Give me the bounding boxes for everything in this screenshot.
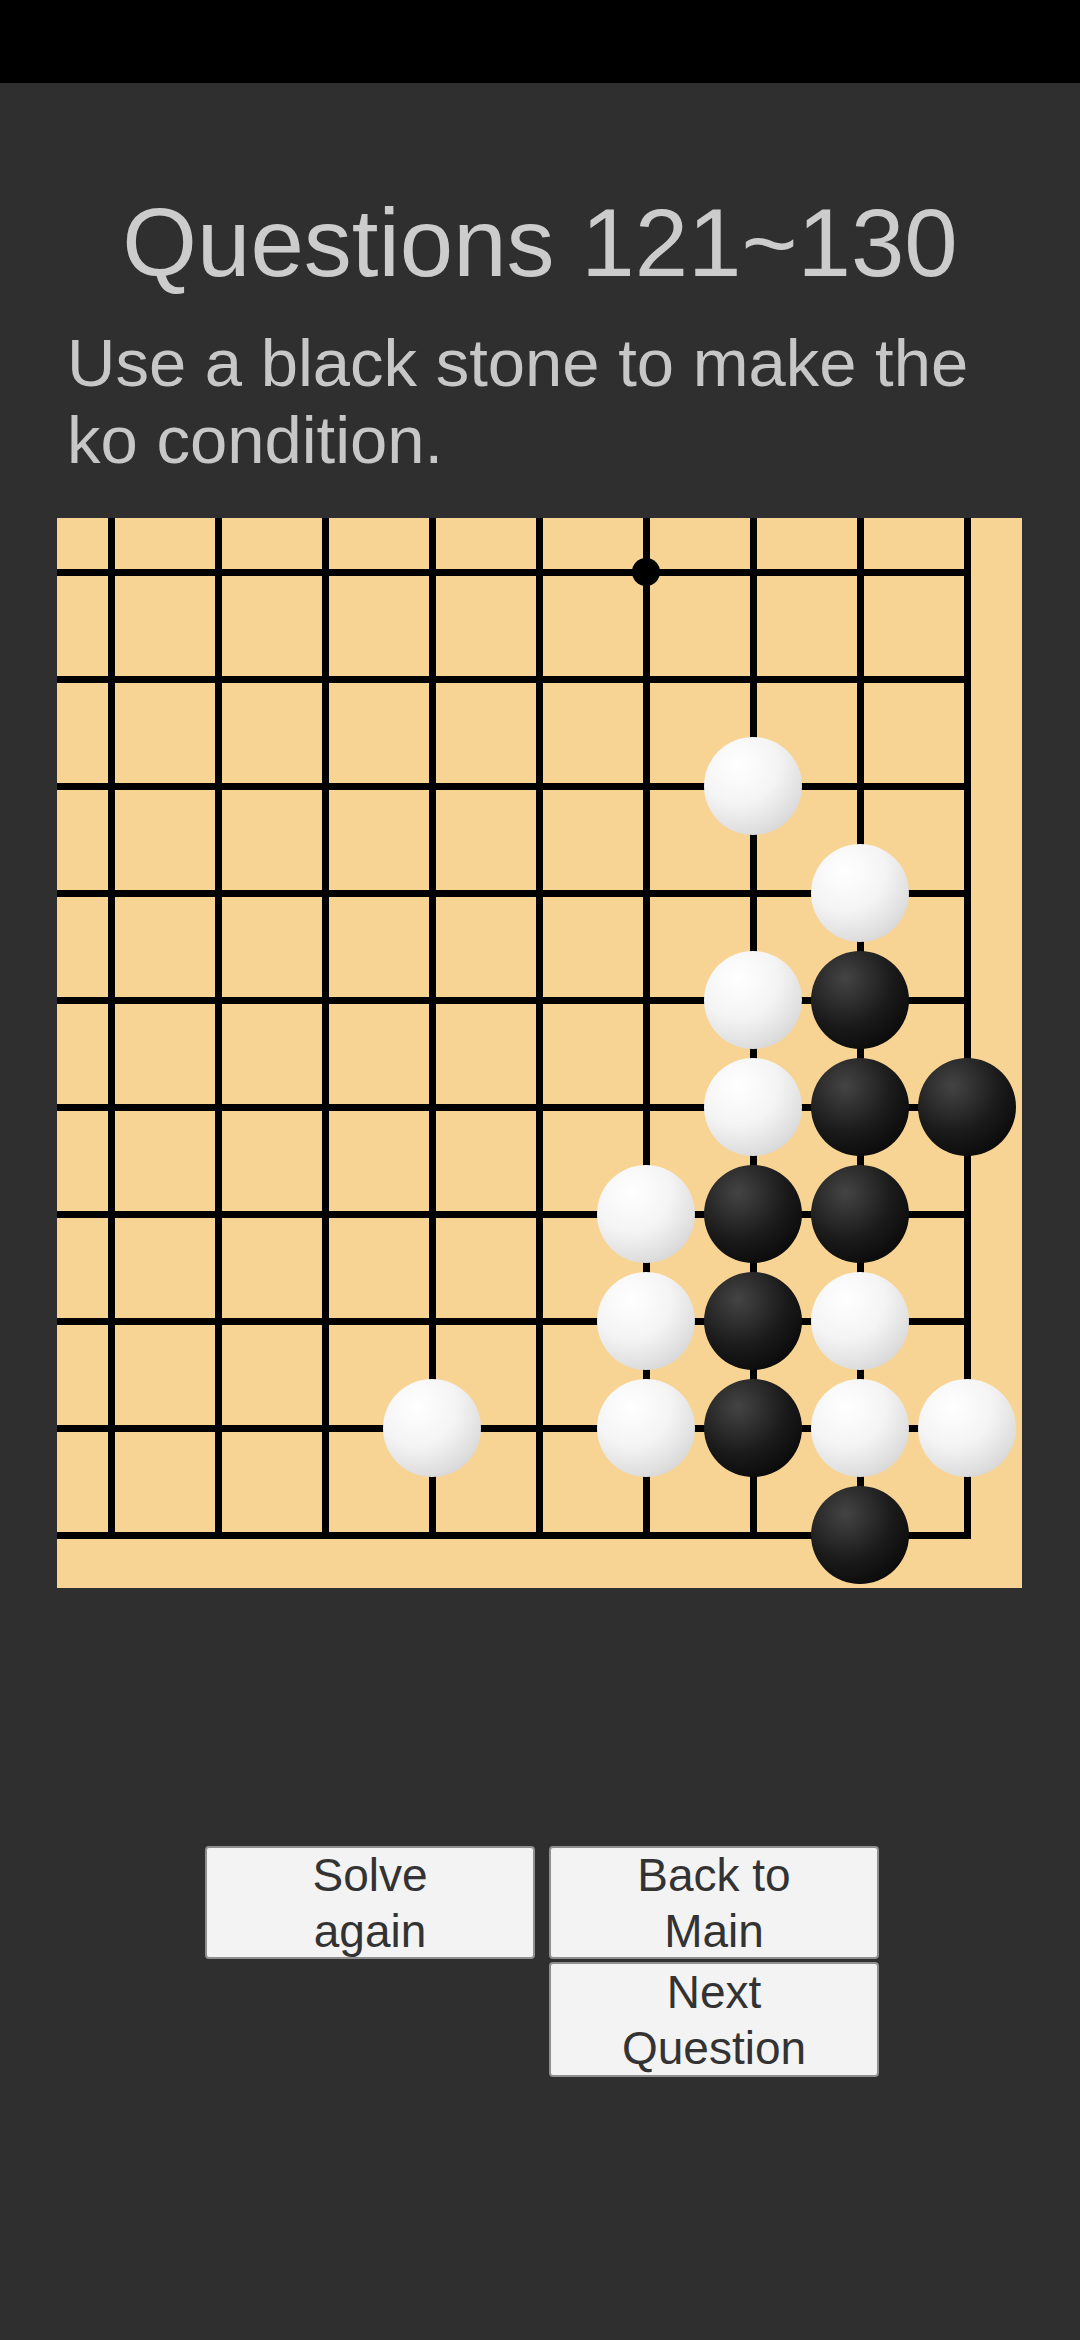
stone-black-S5 [811, 1058, 909, 1156]
back-to-main-label-line-1: Back to [637, 1847, 790, 1903]
stone-black-R3 [704, 1272, 802, 1370]
stone-black-S6 [811, 951, 909, 1049]
stone-black-R4 [704, 1165, 802, 1263]
next-question-button[interactable]: Next Question [549, 1962, 879, 2077]
solve-again-label-line-2: again [314, 1903, 427, 1959]
solve-again-label-line-1: Solve [312, 1847, 427, 1903]
puzzle-instruction-line-2: ko condition. [67, 401, 1027, 478]
app-screen: Questions 121~130 Use a black stone to m… [0, 0, 1080, 2340]
go-board[interactable] [57, 518, 1022, 1588]
stone-white-S2 [811, 1379, 909, 1477]
page-title: Questions 121~130 [0, 188, 1080, 298]
stone-black-T5 [918, 1058, 1016, 1156]
back-to-main-button[interactable]: Back to Main [549, 1846, 879, 1959]
back-to-main-label-line-2: Main [664, 1903, 764, 1959]
stone-white-T2 [918, 1379, 1016, 1477]
stone-white-S3 [811, 1272, 909, 1370]
stone-white-S7 [811, 844, 909, 942]
stone-white-Q4 [597, 1165, 695, 1263]
stone-white-R5 [704, 1058, 802, 1156]
solve-again-button[interactable]: Solve again [205, 1846, 535, 1959]
stones-layer [58, 519, 1021, 1589]
stone-black-R2 [704, 1379, 802, 1477]
stone-white-O2 [383, 1379, 481, 1477]
stone-black-S1 [811, 1486, 909, 1584]
stone-black-S4 [811, 1165, 909, 1263]
stone-white-R6 [704, 951, 802, 1049]
stone-white-R8 [704, 737, 802, 835]
stone-white-Q2 [597, 1379, 695, 1477]
puzzle-instruction: Use a black stone to make the ko conditi… [67, 324, 1027, 478]
status-bar [0, 0, 1080, 83]
next-question-label-line-2: Question [622, 2020, 806, 2076]
next-question-label-line-1: Next [667, 1964, 762, 2020]
puzzle-instruction-line-1: Use a black stone to make the [67, 324, 1027, 401]
stone-white-Q3 [597, 1272, 695, 1370]
